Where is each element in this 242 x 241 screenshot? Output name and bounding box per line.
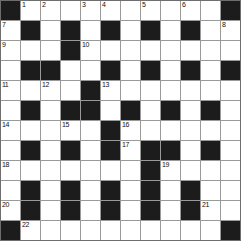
clue-number: 18 xyxy=(2,161,9,169)
letter-cell[interactable]: 17 xyxy=(121,141,140,160)
letter-cell[interactable] xyxy=(221,201,240,220)
letter-cell[interactable] xyxy=(21,161,40,180)
letter-cell[interactable]: 9 xyxy=(1,41,20,60)
letter-cell[interactable] xyxy=(161,21,180,40)
letter-cell[interactable] xyxy=(221,101,240,120)
letter-cell[interactable] xyxy=(61,161,80,180)
letter-cell[interactable] xyxy=(121,201,140,220)
clue-number: 15 xyxy=(62,121,69,129)
letter-cell[interactable] xyxy=(121,21,140,40)
letter-cell[interactable] xyxy=(21,41,40,60)
letter-cell[interactable] xyxy=(121,221,140,240)
letter-cell[interactable] xyxy=(201,221,220,240)
block-cell xyxy=(221,1,240,20)
clue-number: 21 xyxy=(202,201,209,209)
block-cell xyxy=(181,181,200,200)
block-cell xyxy=(21,61,40,80)
letter-cell[interactable] xyxy=(41,181,60,200)
letter-cell[interactable] xyxy=(181,221,200,240)
letter-cell[interactable]: 10 xyxy=(81,41,100,60)
letter-cell[interactable]: 18 xyxy=(1,161,20,180)
letter-cell[interactable] xyxy=(81,61,100,80)
letter-cell[interactable] xyxy=(61,61,80,80)
letter-cell[interactable] xyxy=(41,161,60,180)
clue-number: 5 xyxy=(142,1,145,9)
letter-cell[interactable] xyxy=(201,1,220,20)
letter-cell[interactable] xyxy=(201,41,220,60)
block-cell xyxy=(141,21,160,40)
clue-number: 4 xyxy=(102,1,105,9)
letter-cell[interactable]: 13 xyxy=(101,81,120,100)
letter-cell[interactable] xyxy=(81,121,100,140)
block-cell xyxy=(61,181,80,200)
clue-number: 22 xyxy=(22,221,29,229)
block-cell xyxy=(61,201,80,220)
clue-number: 3 xyxy=(82,1,85,9)
clue-number: 20 xyxy=(2,201,9,209)
clue-number: 7 xyxy=(2,21,5,29)
block-cell xyxy=(41,61,60,80)
clue-number: 9 xyxy=(2,41,5,49)
block-cell xyxy=(61,101,80,120)
crossword-grid: 12345678910111213141516171819202122 xyxy=(0,0,241,241)
letter-cell[interactable]: 1 xyxy=(21,1,40,20)
letter-cell[interactable] xyxy=(101,161,120,180)
block-cell xyxy=(81,81,100,100)
crossword-page: 12345678910111213141516171819202122 xyxy=(0,0,242,241)
letter-cell[interactable] xyxy=(161,201,180,220)
letter-cell[interactable] xyxy=(101,101,120,120)
letter-cell[interactable] xyxy=(121,81,140,100)
clue-number: 10 xyxy=(82,41,89,49)
clue-number: 6 xyxy=(182,1,185,9)
clue-number: 17 xyxy=(122,141,129,149)
letter-cell[interactable] xyxy=(41,201,60,220)
letter-cell[interactable] xyxy=(121,61,140,80)
letter-cell[interactable] xyxy=(41,101,60,120)
letter-cell[interactable]: 2 xyxy=(41,1,60,20)
block-cell xyxy=(21,141,40,160)
block-cell xyxy=(101,61,120,80)
clue-number: 2 xyxy=(42,1,45,9)
letter-cell[interactable] xyxy=(161,221,180,240)
clue-number: 19 xyxy=(162,161,169,169)
letter-cell[interactable] xyxy=(81,141,100,160)
block-cell xyxy=(181,201,200,220)
block-cell xyxy=(1,1,20,20)
letter-cell[interactable]: 11 xyxy=(1,81,20,100)
block-cell xyxy=(101,141,120,160)
letter-cell[interactable] xyxy=(161,41,180,60)
letter-cell[interactable] xyxy=(221,161,240,180)
clue-number: 13 xyxy=(102,81,109,89)
letter-cell[interactable] xyxy=(161,181,180,200)
letter-cell[interactable] xyxy=(141,221,160,240)
letter-cell[interactable] xyxy=(201,121,220,140)
block-cell xyxy=(121,101,140,120)
letter-cell[interactable] xyxy=(181,121,200,140)
block-cell xyxy=(141,61,160,80)
block-cell xyxy=(21,181,40,200)
letter-cell[interactable]: 22 xyxy=(21,221,40,240)
letter-cell[interactable] xyxy=(41,141,60,160)
letter-cell[interactable] xyxy=(141,121,160,140)
letter-cell[interactable] xyxy=(1,61,20,80)
block-cell xyxy=(141,141,160,160)
letter-cell[interactable] xyxy=(161,1,180,20)
letter-cell[interactable] xyxy=(1,101,20,120)
block-cell xyxy=(101,181,120,200)
letter-cell[interactable] xyxy=(121,1,140,20)
letter-cell[interactable]: 20 xyxy=(1,201,20,220)
clue-number: 14 xyxy=(2,121,9,129)
letter-cell[interactable]: 21 xyxy=(201,201,220,220)
letter-cell[interactable]: 15 xyxy=(61,121,80,140)
letter-cell[interactable]: 7 xyxy=(1,21,20,40)
letter-cell[interactable] xyxy=(161,61,180,80)
letter-cell[interactable] xyxy=(221,141,240,160)
letter-cell[interactable] xyxy=(81,161,100,180)
block-cell xyxy=(141,201,160,220)
block-cell xyxy=(201,101,220,120)
letter-cell[interactable] xyxy=(201,81,220,100)
letter-cell[interactable]: 12 xyxy=(41,81,60,100)
block-cell xyxy=(101,201,120,220)
letter-cell[interactable] xyxy=(81,181,100,200)
block-cell xyxy=(141,181,160,200)
letter-cell[interactable] xyxy=(121,181,140,200)
block-cell xyxy=(201,141,220,160)
letter-cell[interactable] xyxy=(201,61,220,80)
letter-cell[interactable] xyxy=(81,21,100,40)
letter-cell[interactable] xyxy=(221,121,240,140)
letter-cell[interactable] xyxy=(181,141,200,160)
clue-number: 11 xyxy=(2,81,8,89)
letter-cell[interactable] xyxy=(181,101,200,120)
letter-cell[interactable] xyxy=(81,201,100,220)
letter-cell[interactable] xyxy=(141,101,160,120)
letter-cell[interactable] xyxy=(21,81,40,100)
letter-cell[interactable] xyxy=(221,41,240,60)
block-cell xyxy=(81,101,100,120)
letter-cell[interactable]: 16 xyxy=(121,121,140,140)
block-cell xyxy=(21,201,40,220)
block-cell xyxy=(61,41,80,60)
letter-cell[interactable]: 8 xyxy=(221,21,240,40)
clue-number: 12 xyxy=(42,81,49,89)
block-cell xyxy=(181,21,200,40)
letter-cell[interactable] xyxy=(41,221,60,240)
letter-cell[interactable]: 6 xyxy=(181,1,200,20)
letter-cell[interactable] xyxy=(221,81,240,100)
block-cell xyxy=(221,221,240,240)
letter-cell[interactable] xyxy=(1,181,20,200)
letter-cell[interactable] xyxy=(161,81,180,100)
letter-cell[interactable] xyxy=(141,41,160,60)
letter-cell[interactable]: 4 xyxy=(101,1,120,20)
block-cell xyxy=(221,61,240,80)
block-cell xyxy=(21,101,40,120)
letter-cell[interactable] xyxy=(61,221,80,240)
letter-cell[interactable]: 3 xyxy=(81,1,100,20)
letter-cell[interactable] xyxy=(221,181,240,200)
letter-cell[interactable] xyxy=(181,81,200,100)
letter-cell[interactable] xyxy=(161,121,180,140)
letter-cell[interactable] xyxy=(1,141,20,160)
letter-cell[interactable] xyxy=(81,221,100,240)
clue-number: 8 xyxy=(222,21,225,29)
clue-number: 16 xyxy=(122,121,129,129)
letter-cell[interactable] xyxy=(41,121,60,140)
letter-cell[interactable] xyxy=(201,181,220,200)
letter-cell[interactable] xyxy=(101,221,120,240)
block-cell xyxy=(1,221,20,240)
letter-cell[interactable]: 5 xyxy=(141,1,160,20)
block-cell xyxy=(161,101,180,120)
letter-cell[interactable] xyxy=(141,81,160,100)
block-cell xyxy=(101,121,120,140)
letter-cell[interactable] xyxy=(41,21,60,40)
letter-cell[interactable] xyxy=(61,1,80,20)
letter-cell[interactable]: 14 xyxy=(1,121,20,140)
letter-cell[interactable] xyxy=(61,81,80,100)
block-cell xyxy=(161,141,180,160)
letter-cell[interactable] xyxy=(201,21,220,40)
letter-cell[interactable]: 19 xyxy=(161,161,180,180)
letter-cell[interactable] xyxy=(121,161,140,180)
letter-cell[interactable] xyxy=(201,161,220,180)
letter-cell[interactable] xyxy=(101,41,120,60)
letter-cell[interactable] xyxy=(41,41,60,60)
block-cell xyxy=(141,161,160,180)
letter-cell[interactable] xyxy=(121,41,140,60)
clue-number: 1 xyxy=(22,1,25,9)
letter-cell[interactable] xyxy=(21,121,40,140)
block-cell xyxy=(61,21,80,40)
block-cell xyxy=(101,21,120,40)
letter-cell[interactable] xyxy=(181,161,200,180)
letter-cell[interactable] xyxy=(181,41,200,60)
block-cell xyxy=(21,21,40,40)
block-cell xyxy=(181,61,200,80)
block-cell xyxy=(61,141,80,160)
